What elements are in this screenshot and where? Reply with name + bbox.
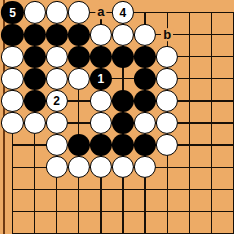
intersection[interactable] xyxy=(178,178,200,200)
intersection[interactable] xyxy=(156,156,178,178)
intersection[interactable] xyxy=(1,46,23,68)
white-stone xyxy=(156,68,178,90)
intersection[interactable]: 1 xyxy=(90,68,112,90)
intersection[interactable] xyxy=(24,90,46,112)
intersection[interactable] xyxy=(68,1,90,23)
move-number: 1 xyxy=(98,73,105,85)
intersection[interactable] xyxy=(178,156,200,178)
intersection[interactable] xyxy=(178,200,200,222)
black-stone xyxy=(112,134,134,156)
intersection[interactable] xyxy=(222,46,234,68)
intersection[interactable] xyxy=(1,112,23,134)
white-stone xyxy=(46,68,68,90)
intersection[interactable] xyxy=(90,90,112,112)
intersection[interactable] xyxy=(134,24,156,46)
intersection[interactable] xyxy=(90,24,112,46)
intersection[interactable] xyxy=(90,200,112,222)
white-stone xyxy=(1,112,23,134)
intersection[interactable] xyxy=(200,178,222,200)
intersection[interactable] xyxy=(112,178,134,200)
intersection[interactable] xyxy=(112,68,134,90)
black-stone xyxy=(23,23,45,45)
black-stone xyxy=(90,134,112,156)
intersection[interactable] xyxy=(1,134,23,156)
intersection[interactable] xyxy=(46,68,68,90)
black-stone xyxy=(134,46,156,68)
intersection[interactable] xyxy=(222,178,234,200)
white-stone xyxy=(23,1,45,23)
intersection[interactable] xyxy=(222,90,234,112)
intersection[interactable] xyxy=(134,90,156,112)
intersection[interactable] xyxy=(90,156,112,178)
intersection[interactable] xyxy=(1,178,23,200)
white-stone xyxy=(90,156,112,178)
intersection[interactable] xyxy=(156,112,178,134)
intersection[interactable] xyxy=(222,156,234,178)
intersection[interactable] xyxy=(156,46,178,68)
white-stone xyxy=(46,1,68,23)
intersection[interactable]: 5 xyxy=(1,1,23,23)
intersection[interactable] xyxy=(222,24,234,46)
intersection[interactable] xyxy=(156,178,178,200)
intersection[interactable] xyxy=(134,1,156,23)
intersection[interactable] xyxy=(156,68,178,90)
intersection[interactable] xyxy=(68,112,90,134)
intersection[interactable] xyxy=(46,112,68,134)
intersection[interactable] xyxy=(178,46,200,68)
intersection[interactable] xyxy=(134,200,156,222)
white-stone xyxy=(68,1,90,23)
intersection[interactable] xyxy=(1,222,23,234)
intersection[interactable] xyxy=(68,90,90,112)
intersection[interactable] xyxy=(24,222,46,234)
intersection[interactable] xyxy=(24,68,46,90)
intersection[interactable] xyxy=(68,156,90,178)
white-stone xyxy=(68,68,90,90)
black-stone xyxy=(23,68,45,90)
white-stone xyxy=(156,46,178,68)
intersection[interactable] xyxy=(46,24,68,46)
intersection[interactable] xyxy=(90,46,112,68)
intersection[interactable] xyxy=(90,178,112,200)
intersection[interactable] xyxy=(112,46,134,68)
black-stone xyxy=(90,46,112,68)
intersection[interactable] xyxy=(46,46,68,68)
intersection[interactable] xyxy=(178,134,200,156)
white-stone: 2 xyxy=(46,90,68,112)
white-stone xyxy=(1,46,23,68)
intersection[interactable] xyxy=(134,46,156,68)
intersection[interactable] xyxy=(178,24,200,46)
intersection[interactable] xyxy=(1,156,23,178)
intersection[interactable] xyxy=(24,156,46,178)
intersection[interactable] xyxy=(112,24,134,46)
black-stone xyxy=(134,90,156,112)
white-stone xyxy=(134,156,156,178)
intersection[interactable] xyxy=(112,134,134,156)
white-stone xyxy=(46,134,68,156)
intersection[interactable]: 2 xyxy=(46,90,68,112)
intersection[interactable] xyxy=(68,200,90,222)
black-stone xyxy=(134,134,156,156)
intersection[interactable] xyxy=(1,68,23,90)
black-stone xyxy=(46,23,68,45)
intersection[interactable] xyxy=(112,112,134,134)
intersection[interactable] xyxy=(222,1,234,23)
intersection[interactable] xyxy=(222,134,234,156)
intersection[interactable] xyxy=(156,222,178,234)
intersection[interactable] xyxy=(222,112,234,134)
intersection[interactable] xyxy=(90,134,112,156)
intersection[interactable] xyxy=(68,46,90,68)
black-stone xyxy=(23,46,45,68)
intersection[interactable] xyxy=(68,134,90,156)
intersection[interactable] xyxy=(200,1,222,23)
go-board: 5a4b12 xyxy=(0,0,234,234)
intersection[interactable]: 4 xyxy=(112,1,134,23)
intersection[interactable] xyxy=(112,222,134,234)
intersection[interactable] xyxy=(112,90,134,112)
white-stone xyxy=(46,156,68,178)
intersection[interactable] xyxy=(222,68,234,90)
black-stone xyxy=(1,23,23,45)
black-stone xyxy=(68,23,90,45)
white-stone xyxy=(134,112,156,134)
intersection[interactable] xyxy=(112,156,134,178)
intersection[interactable] xyxy=(178,68,200,90)
intersection[interactable] xyxy=(24,134,46,156)
white-stone xyxy=(1,90,23,112)
intersection[interactable] xyxy=(134,134,156,156)
move-number: 4 xyxy=(120,6,127,18)
intersection[interactable] xyxy=(222,200,234,222)
intersection[interactable] xyxy=(1,90,23,112)
intersection[interactable] xyxy=(46,134,68,156)
intersection[interactable] xyxy=(156,90,178,112)
intersection[interactable] xyxy=(46,1,68,23)
intersection[interactable] xyxy=(68,222,90,234)
white-stone xyxy=(156,112,178,134)
intersection[interactable] xyxy=(134,178,156,200)
intersection[interactable] xyxy=(112,200,134,222)
intersection[interactable] xyxy=(200,46,222,68)
point-label-a: a xyxy=(95,6,106,20)
intersection[interactable] xyxy=(90,222,112,234)
black-stone: 1 xyxy=(90,68,112,90)
intersection[interactable] xyxy=(200,90,222,112)
intersection[interactable] xyxy=(24,1,46,23)
white-stone xyxy=(112,23,134,45)
intersection[interactable] xyxy=(178,222,200,234)
intersection[interactable] xyxy=(134,156,156,178)
black-stone xyxy=(134,68,156,90)
intersection[interactable] xyxy=(222,222,234,234)
intersection[interactable] xyxy=(46,200,68,222)
intersection[interactable] xyxy=(68,24,90,46)
intersection[interactable] xyxy=(46,222,68,234)
intersection[interactable] xyxy=(68,68,90,90)
intersection[interactable] xyxy=(200,200,222,222)
black-stone xyxy=(68,46,90,68)
white-stone xyxy=(134,23,156,45)
white-stone xyxy=(90,90,112,112)
white-stone xyxy=(23,112,45,134)
move-number: 5 xyxy=(9,6,16,18)
intersection[interactable] xyxy=(24,200,46,222)
intersection[interactable] xyxy=(134,112,156,134)
intersection[interactable] xyxy=(156,134,178,156)
white-stone xyxy=(112,156,134,178)
intersection[interactable] xyxy=(200,24,222,46)
white-stone xyxy=(90,112,112,134)
intersection[interactable] xyxy=(90,112,112,134)
white-stone: 4 xyxy=(112,1,134,23)
intersection[interactable] xyxy=(200,68,222,90)
intersection[interactable] xyxy=(1,24,23,46)
white-stone xyxy=(1,68,23,90)
white-stone xyxy=(68,156,90,178)
intersection[interactable] xyxy=(178,1,200,23)
white-stone xyxy=(156,134,178,156)
intersection[interactable] xyxy=(200,112,222,134)
stones-grid: 5a4b12 xyxy=(1,1,234,234)
intersection[interactable] xyxy=(1,200,23,222)
intersection[interactable] xyxy=(68,178,90,200)
black-stone xyxy=(112,46,134,68)
intersection[interactable] xyxy=(46,156,68,178)
intersection[interactable] xyxy=(200,222,222,234)
intersection[interactable] xyxy=(200,134,222,156)
intersection[interactable] xyxy=(156,200,178,222)
intersection[interactable] xyxy=(178,112,200,134)
intersection[interactable] xyxy=(178,90,200,112)
white-stone xyxy=(46,46,68,68)
white-stone xyxy=(46,112,68,134)
intersection[interactable] xyxy=(134,222,156,234)
intersection[interactable] xyxy=(24,112,46,134)
white-stone xyxy=(156,90,178,112)
white-stone xyxy=(90,23,112,45)
intersection[interactable] xyxy=(156,1,178,23)
intersection[interactable] xyxy=(200,156,222,178)
move-number: 2 xyxy=(53,95,60,107)
intersection[interactable]: a xyxy=(90,1,112,23)
black-stone xyxy=(112,90,134,112)
black-stone xyxy=(112,112,134,134)
intersection[interactable] xyxy=(24,24,46,46)
intersection[interactable] xyxy=(24,46,46,68)
black-stone: 5 xyxy=(1,1,23,23)
intersection[interactable] xyxy=(24,178,46,200)
black-stone xyxy=(68,134,90,156)
intersection[interactable]: b xyxy=(156,24,178,46)
point-label-b: b xyxy=(161,28,173,42)
black-stone xyxy=(23,90,45,112)
intersection[interactable] xyxy=(134,68,156,90)
intersection[interactable] xyxy=(46,178,68,200)
